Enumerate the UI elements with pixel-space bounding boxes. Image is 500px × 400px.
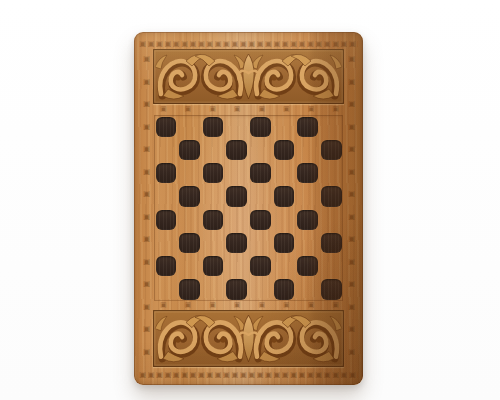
light-square: [319, 208, 343, 231]
light-square: [296, 278, 320, 301]
light-square: [296, 138, 320, 161]
dark-square-inlay: [319, 231, 343, 254]
dark-square-inlay: [201, 162, 225, 185]
light-square: [201, 138, 225, 161]
dark-square-inlay: [272, 138, 296, 161]
dark-square-inlay: [249, 208, 273, 231]
dark-square-inlay: [154, 255, 178, 278]
meander-separator-below-field: ▣▣▣▣▣▣▣▣: [154, 301, 343, 310]
dark-square-inlay: [319, 138, 343, 161]
dark-square-inlay: [249, 255, 273, 278]
light-square: [178, 162, 202, 185]
light-square: [154, 278, 178, 301]
meander-border-band-left: ▣▣▣▣▣▣▣▣▣▣▣▣▣▣: [140, 49, 152, 369]
dark-square-inlay: [319, 278, 343, 301]
dark-square-inlay: [225, 138, 249, 161]
light-square: [249, 278, 273, 301]
carved-acanthus-panel-bottom: [153, 310, 344, 367]
meander-separator-above-field: ▣▣▣▣▣▣▣▣: [154, 104, 343, 115]
dark-square-inlay: [272, 278, 296, 301]
light-square: [178, 115, 202, 138]
dark-square-inlay: [319, 185, 343, 208]
dark-square-inlay: [201, 255, 225, 278]
light-square: [296, 231, 320, 254]
dark-square-inlay: [201, 115, 225, 138]
dark-square-inlay: [201, 208, 225, 231]
dark-square-inlay: [296, 208, 320, 231]
checkerboard-field: [154, 115, 343, 301]
dark-square-inlay: [296, 255, 320, 278]
dark-square-inlay: [178, 138, 202, 161]
dark-square-inlay: [225, 185, 249, 208]
light-square: [272, 115, 296, 138]
light-square: [154, 231, 178, 254]
light-square: [178, 255, 202, 278]
dark-square-inlay: [178, 278, 202, 301]
light-square: [272, 162, 296, 185]
product-photo: ▣▣▣▣▣▣▣▣▣▣▣▣▣▣▣▣▣▣▣▣▣▣▣▣▣▣▣▣▣▣▣▣ ▣▣▣▣▣▣▣…: [0, 0, 500, 400]
light-square: [201, 231, 225, 254]
dark-square-inlay: [249, 162, 273, 185]
dark-square-inlay: [225, 278, 249, 301]
light-square: [319, 115, 343, 138]
light-square: [272, 208, 296, 231]
carved-acanthus-panel-top: [153, 49, 344, 104]
light-square: [272, 255, 296, 278]
meander-border-band-bottom: ▣▣▣▣▣▣▣▣▣▣▣▣▣▣▣▣▣▣▣▣▣▣▣▣▣▣▣▣▣▣▣▣: [139, 369, 358, 381]
dark-square-inlay: [154, 208, 178, 231]
light-square: [225, 255, 249, 278]
light-square: [154, 138, 178, 161]
dark-square-inlay: [272, 185, 296, 208]
light-square: [225, 162, 249, 185]
dark-square-inlay: [178, 185, 202, 208]
dark-square-inlay: [154, 162, 178, 185]
light-square: [249, 185, 273, 208]
light-square: [201, 278, 225, 301]
light-square: [178, 208, 202, 231]
light-square: [154, 185, 178, 208]
carved-wooden-board: ▣▣▣▣▣▣▣▣▣▣▣▣▣▣▣▣▣▣▣▣▣▣▣▣▣▣▣▣▣▣▣▣ ▣▣▣▣▣▣▣…: [134, 32, 363, 385]
dark-square-inlay: [178, 231, 202, 254]
light-square: [225, 115, 249, 138]
dark-square-inlay: [225, 231, 249, 254]
light-square: [319, 255, 343, 278]
dark-square-inlay: [249, 115, 273, 138]
light-square: [201, 185, 225, 208]
dark-square-inlay: [296, 115, 320, 138]
light-square: [319, 162, 343, 185]
light-square: [296, 185, 320, 208]
light-square: [225, 208, 249, 231]
dark-square-inlay: [272, 231, 296, 254]
dark-square-inlay: [296, 162, 320, 185]
light-square: [249, 138, 273, 161]
light-square: [249, 231, 273, 254]
meander-border-band-right: ▣▣▣▣▣▣▣▣▣▣▣▣▣▣: [345, 49, 357, 369]
dark-square-inlay: [154, 115, 178, 138]
